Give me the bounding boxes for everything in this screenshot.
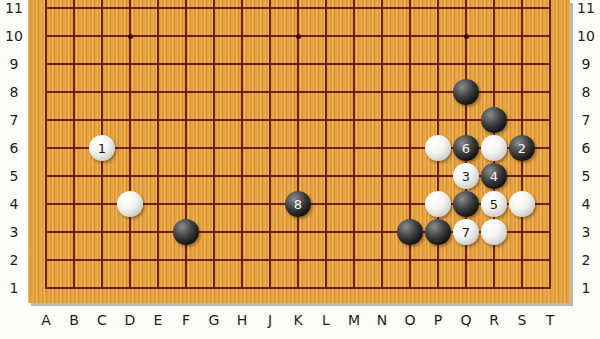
- star-point-D10: [128, 34, 133, 39]
- go-board-diagram: 16234857 11109876543211110987654321ABCDE…: [0, 0, 600, 339]
- move-number-label: 7: [462, 226, 470, 239]
- column-label-P: P: [424, 310, 452, 330]
- column-label-H: H: [228, 310, 256, 330]
- column-label-G: G: [200, 310, 228, 330]
- star-point-K10: [296, 34, 301, 39]
- column-label-A: A: [32, 310, 60, 330]
- white-stone-Q5-move-3: 3: [453, 163, 479, 189]
- black-stone-Q8: [453, 79, 479, 105]
- black-stone-S6-move-2: 2: [509, 135, 535, 161]
- black-stone-F3: [173, 219, 199, 245]
- move-number-label: 4: [490, 170, 498, 183]
- white-stone-P4: [425, 191, 451, 217]
- black-stone-Q6-move-6: 6: [453, 135, 479, 161]
- white-stone-S4: [509, 191, 535, 217]
- column-label-S: S: [508, 310, 536, 330]
- black-stone-Q4: [453, 191, 479, 217]
- white-stone-P6: [425, 135, 451, 161]
- column-label-L: L: [312, 310, 340, 330]
- move-number-label: 6: [462, 142, 470, 155]
- move-number-label: 3: [462, 170, 470, 183]
- column-label-T: T: [536, 310, 564, 330]
- star-point-Q10: [464, 34, 469, 39]
- black-stone-R5-move-4: 4: [481, 163, 507, 189]
- column-label-K: K: [284, 310, 312, 330]
- column-label-B: B: [60, 310, 88, 330]
- black-stone-O3: [397, 219, 423, 245]
- column-label-J: J: [256, 310, 284, 330]
- move-number-label: 5: [490, 198, 498, 211]
- column-label-R: R: [480, 310, 508, 330]
- move-number-label: 8: [294, 198, 302, 211]
- white-stone-R6: [481, 135, 507, 161]
- white-stone-R4-move-5: 5: [481, 191, 507, 217]
- white-stone-R3: [481, 219, 507, 245]
- move-number-label: 2: [518, 142, 526, 155]
- column-label-F: F: [172, 310, 200, 330]
- column-label-D: D: [116, 310, 144, 330]
- white-stone-D4: [117, 191, 143, 217]
- black-stone-R7: [481, 107, 507, 133]
- column-label-C: C: [88, 310, 116, 330]
- column-label-M: M: [340, 310, 368, 330]
- black-stone-P3: [425, 219, 451, 245]
- black-stone-K4-move-8: 8: [285, 191, 311, 217]
- column-label-Q: Q: [452, 310, 480, 330]
- white-stone-C6-move-1: 1: [89, 135, 115, 161]
- column-label-E: E: [144, 310, 172, 330]
- column-label-O: O: [396, 310, 424, 330]
- white-stone-Q3-move-7: 7: [453, 219, 479, 245]
- column-labels-bottom: ABCDEFGHJKLMNOPQRST: [0, 0, 600, 339]
- column-label-N: N: [368, 310, 396, 330]
- move-number-label: 1: [98, 142, 106, 155]
